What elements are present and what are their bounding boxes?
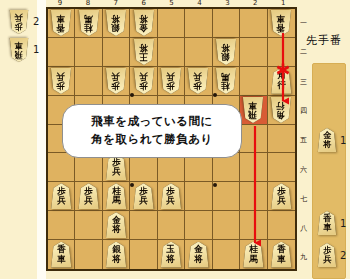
- square-2八[interactable]: [240, 211, 267, 240]
- piece-face: 香車: [50, 10, 72, 36]
- piece-face: 歩兵: [105, 154, 127, 180]
- square-7一[interactable]: 銀将: [103, 9, 130, 38]
- file-label-9: 9: [55, 0, 65, 7]
- piece-face: 歩兵: [9, 10, 29, 34]
- piece-kanji: 馬: [84, 13, 93, 23]
- shogi-piece-sente[interactable]: 香車: [317, 211, 337, 235]
- sente-hand-香車[interactable]: 香車: [317, 211, 337, 235]
- square-9二[interactable]: [48, 38, 75, 67]
- rank-label-六: 六: [299, 165, 308, 175]
- piece-face: 飛車: [9, 38, 29, 62]
- shogi-piece-gote[interactable]: 桂馬: [78, 10, 100, 36]
- piece-face: 歩兵: [50, 183, 72, 209]
- piece-kanji: 歩: [167, 81, 176, 91]
- piece-face: 香車: [50, 242, 72, 268]
- square-7八[interactable]: 金将: [103, 211, 130, 240]
- square-8九[interactable]: [75, 240, 102, 269]
- shogi-piece-sente[interactable]: 歩兵: [105, 154, 127, 180]
- rank-label-四: 四: [299, 106, 308, 116]
- piece-kanji: 車: [323, 223, 331, 232]
- piece-kanji: 歩: [194, 81, 203, 91]
- square-1三[interactable]: 角行: [268, 67, 295, 96]
- shogi-piece-sente[interactable]: 桂馬: [242, 242, 264, 268]
- square-2一[interactable]: [240, 9, 267, 38]
- piece-kanji: 兵: [57, 196, 66, 206]
- piece-face: 歩兵: [160, 183, 182, 209]
- piece-kanji: 香: [277, 23, 286, 33]
- left-margin-strip: [37, 0, 46, 279]
- piece-kanji: 将: [112, 13, 121, 23]
- piece-face: 歩兵: [187, 68, 209, 94]
- shogi-piece-gote[interactable]: 歩兵: [133, 68, 155, 94]
- piece-kanji: 飛: [249, 110, 258, 120]
- square-1八[interactable]: [268, 211, 295, 240]
- piece-kanji: 歩: [112, 81, 121, 91]
- square-2四[interactable]: 飛車: [240, 96, 267, 125]
- piece-kanji: 馬: [249, 255, 258, 265]
- shogi-piece-gote[interactable]: 歩兵: [187, 68, 209, 94]
- rank-label-一: 一: [299, 18, 308, 28]
- piece-kanji: 桂: [222, 81, 231, 91]
- square-9八[interactable]: [48, 211, 75, 240]
- square-8七[interactable]: 歩兵: [75, 182, 102, 211]
- square-9六[interactable]: [48, 153, 75, 182]
- file-label-6: 6: [139, 0, 149, 7]
- shogi-piece-gote[interactable]: 金将: [133, 10, 155, 36]
- square-1四[interactable]: 角行: [268, 96, 295, 125]
- shogi-piece-gote[interactable]: 桂馬: [215, 68, 237, 94]
- rank-label-九: 九: [299, 252, 308, 262]
- shogi-piece-gote[interactable]: 王将: [133, 39, 155, 65]
- rank-label-八: 八: [299, 223, 308, 233]
- shogi-piece-gote[interactable]: 飛車: [242, 97, 264, 123]
- piece-kanji: 金: [139, 23, 148, 33]
- file-label-8: 8: [83, 0, 93, 7]
- piece-kanji: 行: [277, 81, 286, 91]
- gote-hand-歩兵[interactable]: 歩兵: [9, 10, 29, 34]
- square-4二[interactable]: [185, 38, 212, 67]
- square-5七[interactable]: 歩兵: [158, 182, 185, 211]
- piece-face: 金将: [317, 128, 337, 152]
- piece-kanji: 歩: [139, 81, 148, 91]
- piece-kanji: 銀: [112, 23, 121, 33]
- square-1五[interactable]: [268, 125, 295, 154]
- gote-hand-飛車[interactable]: 飛車: [9, 38, 29, 62]
- piece-face: 歩兵: [78, 183, 100, 209]
- shogi-piece-gote[interactable]: 歩兵: [160, 68, 182, 94]
- shogi-piece-sente[interactable]: 角行: [270, 68, 292, 94]
- shogi-piece-sente[interactable]: 歩兵: [270, 183, 292, 209]
- piece-kanji: 歩: [15, 22, 23, 31]
- square-6三[interactable]: 歩兵: [130, 67, 157, 96]
- piece-kanji: 車: [57, 13, 66, 23]
- shogi-piece-gote[interactable]: 歩兵: [9, 10, 29, 34]
- square-5一[interactable]: [158, 9, 185, 38]
- square-7七[interactable]: 桂馬: [103, 182, 130, 211]
- square-7九[interactable]: 銀将: [103, 240, 130, 269]
- piece-kanji: 将: [222, 42, 231, 52]
- piece-kanji: 兵: [139, 71, 148, 81]
- square-8三[interactable]: [75, 67, 102, 96]
- piece-face: 金将: [105, 212, 127, 238]
- file-label-4: 4: [195, 0, 205, 7]
- square-1二[interactable]: [268, 38, 295, 67]
- square-8二[interactable]: [75, 38, 102, 67]
- piece-face: 桂馬: [242, 242, 264, 268]
- shogi-piece-gote[interactable]: 香車: [50, 10, 72, 36]
- rank-label-五: 五: [299, 135, 308, 145]
- sente-hand-歩兵[interactable]: 歩兵: [317, 243, 337, 267]
- piece-kanji: 車: [57, 255, 66, 265]
- piece-face: 銀将: [105, 242, 127, 268]
- shogi-piece-sente[interactable]: 香車: [270, 242, 292, 268]
- piece-kanji: 兵: [323, 255, 331, 264]
- piece-kanji: 将: [112, 255, 121, 265]
- piece-kanji: 兵: [57, 71, 66, 81]
- square-4一[interactable]: [185, 9, 212, 38]
- square-1六[interactable]: [268, 153, 295, 182]
- piece-kanji: 兵: [15, 13, 23, 22]
- piece-kanji: 銀: [222, 52, 231, 62]
- piece-kanji: 車: [249, 100, 258, 110]
- rank-label-七: 七: [299, 194, 308, 204]
- piece-kanji: 将: [323, 140, 331, 149]
- piece-face: 桂馬: [105, 183, 127, 209]
- piece-kanji: 角: [277, 110, 286, 120]
- square-1一[interactable]: 香車: [268, 9, 295, 38]
- shogi-piece-sente[interactable]: 金将: [187, 242, 209, 268]
- piece-face: 銀将: [105, 10, 127, 36]
- square-4七[interactable]: [185, 182, 212, 211]
- piece-face: 銀将: [215, 39, 237, 65]
- square-5九[interactable]: 玉将: [158, 240, 185, 269]
- square-4三[interactable]: 歩兵: [185, 67, 212, 96]
- square-4九[interactable]: 金将: [185, 240, 212, 269]
- piece-face: 金将: [133, 10, 155, 36]
- piece-kanji: 歩: [57, 81, 66, 91]
- square-9七[interactable]: 歩兵: [48, 182, 75, 211]
- shogi-piece-sente[interactable]: 金将: [105, 212, 127, 238]
- square-9一[interactable]: 香車: [48, 9, 75, 38]
- square-1七[interactable]: 歩兵: [268, 182, 295, 211]
- rank-label-三: 三: [299, 77, 308, 87]
- piece-kanji: 兵: [112, 71, 121, 81]
- piece-kanji: 桂: [84, 23, 93, 33]
- piece-kanji: 兵: [139, 196, 148, 206]
- file-label-2: 2: [250, 0, 260, 7]
- square-2三[interactable]: [240, 67, 267, 96]
- piece-face: 桂馬: [215, 68, 237, 94]
- square-7二[interactable]: [103, 38, 130, 67]
- square-8八[interactable]: [75, 211, 102, 240]
- shogi-piece-sente[interactable]: 歩兵: [133, 183, 155, 209]
- piece-kanji: 兵: [84, 196, 93, 206]
- square-3二[interactable]: 銀将: [213, 38, 240, 67]
- square-6七[interactable]: 歩兵: [130, 182, 157, 211]
- piece-kanji: 将: [194, 255, 203, 265]
- square-3一[interactable]: [213, 9, 240, 38]
- piece-kanji: 将: [139, 13, 148, 23]
- gote-hand-count: 2: [33, 16, 39, 27]
- square-9九[interactable]: 香車: [48, 240, 75, 269]
- square-5二[interactable]: [158, 38, 185, 67]
- piece-kanji: 兵: [194, 71, 203, 81]
- piece-face: 角行: [270, 68, 292, 94]
- square-6九[interactable]: [130, 240, 157, 269]
- square-2二[interactable]: [240, 38, 267, 67]
- square-3八[interactable]: [213, 211, 240, 240]
- shogi-piece-sente[interactable]: 歩兵: [78, 183, 100, 209]
- sente-hand-count: 2: [340, 250, 346, 261]
- file-label-1: 1: [278, 0, 288, 7]
- piece-kanji: 馬: [112, 196, 121, 206]
- shogi-piece-gote[interactable]: 香車: [270, 10, 292, 36]
- piece-kanji: 車: [277, 13, 286, 23]
- piece-face: 歩兵: [133, 68, 155, 94]
- piece-face: 歩兵: [50, 68, 72, 94]
- piece-kanji: 王: [139, 52, 148, 62]
- shogi-piece-sente[interactable]: 歩兵: [160, 183, 182, 209]
- piece-face: 歩兵: [133, 183, 155, 209]
- square-2七[interactable]: [240, 182, 267, 211]
- piece-kanji: 兵: [112, 167, 121, 177]
- advice-tooltip: 飛車を成っている間に 角を取られて勝負あり: [62, 104, 242, 158]
- piece-face: 金将: [187, 242, 209, 268]
- piece-kanji: 車: [277, 255, 286, 265]
- tooltip-line-2: 角を取られて勝負あり: [91, 131, 213, 149]
- turn-indicator: 先手番: [306, 33, 342, 48]
- shogi-piece-sente[interactable]: 桂馬: [105, 183, 127, 209]
- file-label-7: 7: [111, 0, 121, 7]
- square-2六[interactable]: [240, 153, 267, 182]
- square-3七[interactable]: [213, 182, 240, 211]
- piece-face: 歩兵: [317, 243, 337, 267]
- piece-kanji: 将: [167, 255, 176, 265]
- piece-kanji: 香: [57, 23, 66, 33]
- file-label-5: 5: [167, 0, 177, 7]
- square-3九[interactable]: [213, 240, 240, 269]
- sente-hand-count: 1: [340, 135, 346, 146]
- square-6八[interactable]: [130, 211, 157, 240]
- sente-hand-金将[interactable]: 金将: [317, 128, 337, 152]
- piece-kanji: 行: [277, 100, 286, 110]
- shogi-piece-gote[interactable]: 飛車: [9, 38, 29, 62]
- piece-face: 桂馬: [78, 10, 100, 36]
- square-7三[interactable]: 歩兵: [103, 67, 130, 96]
- piece-face: 香車: [317, 211, 337, 235]
- shogi-piece-gote[interactable]: 銀将: [215, 39, 237, 65]
- square-8一[interactable]: 桂馬: [75, 9, 102, 38]
- gote-hand-count: 1: [33, 44, 39, 55]
- shogi-piece-gote[interactable]: 歩兵: [105, 68, 127, 94]
- sente-hand-count: 1: [340, 218, 346, 229]
- shogi-piece-gote[interactable]: 銀将: [105, 10, 127, 36]
- piece-face: 歩兵: [270, 183, 292, 209]
- square-5八[interactable]: [158, 211, 185, 240]
- piece-kanji: 将: [112, 225, 121, 235]
- piece-face: 王将: [133, 39, 155, 65]
- square-6一[interactable]: 金将: [130, 9, 157, 38]
- square-5三[interactable]: 歩兵: [158, 67, 185, 96]
- square-4八[interactable]: [185, 211, 212, 240]
- piece-kanji: 兵: [167, 71, 176, 81]
- shogi-piece-gote[interactable]: 角行: [270, 97, 292, 123]
- shogi-piece-sente[interactable]: 歩兵: [317, 243, 337, 267]
- shogi-piece-sente[interactable]: 玉将: [160, 242, 182, 268]
- piece-face: 歩兵: [105, 68, 127, 94]
- square-9三[interactable]: 歩兵: [48, 67, 75, 96]
- piece-face: 歩兵: [160, 68, 182, 94]
- square-1九[interactable]: 香車: [268, 240, 295, 269]
- piece-face: 飛車: [242, 97, 264, 123]
- piece-face: 香車: [270, 10, 292, 36]
- shogi-piece-sente[interactable]: 香車: [50, 242, 72, 268]
- file-label-3: 3: [222, 0, 232, 7]
- square-2五[interactable]: [240, 125, 267, 154]
- square-2九[interactable]: 桂馬: [240, 240, 267, 269]
- piece-kanji: 馬: [222, 71, 231, 81]
- shogi-piece-sente[interactable]: 歩兵: [50, 183, 72, 209]
- piece-kanji: 将: [139, 42, 148, 52]
- square-3三[interactable]: 桂馬: [213, 67, 240, 96]
- square-6二[interactable]: 王将: [130, 38, 157, 67]
- rank-label-二: 二: [299, 47, 308, 57]
- piece-kanji: 兵: [277, 196, 286, 206]
- shogi-piece-sente[interactable]: 銀将: [105, 242, 127, 268]
- piece-face: 玉将: [160, 242, 182, 268]
- shogi-piece-gote[interactable]: 歩兵: [50, 68, 72, 94]
- piece-kanji: 飛: [15, 50, 23, 59]
- piece-kanji: 車: [15, 41, 23, 50]
- piece-face: 香車: [270, 242, 292, 268]
- piece-face: 角行: [270, 97, 292, 123]
- piece-kanji: 兵: [167, 196, 176, 206]
- tooltip-line-1: 飛車を成っている間に: [91, 113, 213, 131]
- shogi-piece-sente[interactable]: 金将: [317, 128, 337, 152]
